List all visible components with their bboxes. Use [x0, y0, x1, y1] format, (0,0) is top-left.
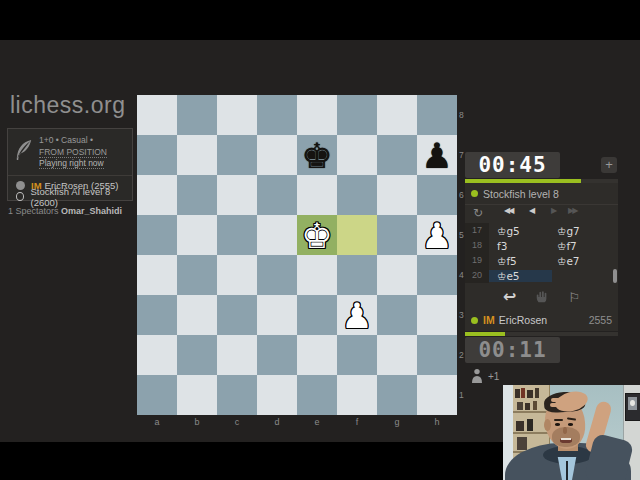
square-e1[interactable] [297, 375, 337, 415]
white-king[interactable]: ♚ [297, 215, 337, 255]
opponent-clock: 00:45 [465, 152, 560, 178]
move-number: 17 [465, 223, 489, 238]
previous-move-icon[interactable]: ◀ [529, 206, 535, 215]
spectator-person-icon [471, 368, 483, 384]
square-c7[interactable] [217, 135, 257, 175]
move-number: 18 [465, 238, 489, 253]
square-h4[interactable] [417, 255, 457, 295]
square-h8[interactable] [417, 95, 457, 135]
square-e2[interactable] [297, 335, 337, 375]
spectator-count-row: +1 [471, 368, 499, 384]
square-h7[interactable]: ♟ [417, 135, 457, 175]
square-g8[interactable] [377, 95, 417, 135]
square-f8[interactable] [337, 95, 377, 135]
square-a2[interactable] [137, 335, 177, 375]
square-d4[interactable] [257, 255, 297, 295]
square-g1[interactable] [377, 375, 417, 415]
square-c6[interactable] [217, 175, 257, 215]
move-number: 20 [465, 268, 489, 283]
square-b4[interactable] [177, 255, 217, 295]
player-clock: 00:11 [465, 337, 560, 363]
file-label-b: b [177, 417, 217, 427]
square-c8[interactable] [217, 95, 257, 135]
square-g6[interactable] [377, 175, 417, 215]
white-move[interactable]: f3 [489, 240, 552, 252]
black-move[interactable]: ♔f7 [552, 240, 618, 252]
square-c4[interactable] [217, 255, 257, 295]
black-king[interactable]: ♚ [297, 135, 337, 175]
lichess-logo[interactable]: lichess.org [10, 92, 125, 119]
time-control-label: 1+0 • Casual • [39, 135, 93, 145]
add-time-button[interactable]: + [601, 157, 617, 173]
square-f3[interactable]: ♟ [337, 295, 377, 335]
white-pawn[interactable]: ♟ [417, 215, 457, 255]
square-d6[interactable] [257, 175, 297, 215]
opponent-row[interactable]: Stockfish level 8 [465, 183, 618, 205]
square-b8[interactable] [177, 95, 217, 135]
square-a1[interactable] [137, 375, 177, 415]
square-e3[interactable] [297, 295, 337, 335]
online-dot-icon [471, 317, 478, 324]
feather-casual-icon [15, 138, 33, 162]
last-move-icon[interactable]: ▶▶ [568, 206, 576, 215]
square-b6[interactable] [177, 175, 217, 215]
player-time-bar [465, 332, 618, 336]
rank-label-1: 1 [459, 375, 469, 415]
square-d5[interactable] [257, 215, 297, 255]
square-d2[interactable] [257, 335, 297, 375]
webcam-video [503, 385, 640, 480]
square-e8[interactable] [297, 95, 337, 135]
square-h1[interactable] [417, 375, 457, 415]
file-label-d: d [257, 417, 297, 427]
main-content-area: lichess.org 1+0 • Casual • FROM POSITION… [0, 40, 640, 442]
draw-offer-hand-icon[interactable] [535, 290, 549, 304]
first-move-icon[interactable]: ◀◀ [504, 206, 512, 215]
spectator-name[interactable]: Omar_Shahidi [61, 206, 122, 216]
move-number: 19 [465, 253, 489, 268]
player-row[interactable]: IM EricRosen 2555 [465, 311, 618, 329]
square-f5[interactable] [337, 215, 377, 255]
square-b3[interactable] [177, 295, 217, 335]
square-h3[interactable] [417, 295, 457, 335]
player-name[interactable]: Stockfish AI level 8 (2600) [30, 186, 132, 208]
square-c3[interactable] [217, 295, 257, 335]
square-d1[interactable] [257, 375, 297, 415]
takeback-button[interactable]: ↩ [503, 288, 516, 306]
square-g3[interactable] [377, 295, 417, 335]
player-title: IM [483, 314, 495, 326]
black-move[interactable]: ♔g7 [552, 225, 618, 237]
move-list-scrollbar[interactable] [613, 269, 617, 283]
file-coordinates: abcdefgh [137, 417, 457, 427]
move-row-18: 18f3♔f7 [465, 238, 618, 253]
white-pawn[interactable]: ♟ [337, 295, 377, 335]
file-label-h: h [417, 417, 457, 427]
black-move[interactable]: ♔e7 [552, 255, 618, 267]
square-b5[interactable] [177, 215, 217, 255]
square-h6[interactable] [417, 175, 457, 215]
white-move[interactable]: ♔g5 [489, 225, 552, 237]
square-h5[interactable]: ♟ [417, 215, 457, 255]
file-label-f: f [337, 417, 377, 427]
resign-flag-icon[interactable]: ⚐ [568, 290, 580, 305]
square-b1[interactable] [177, 375, 217, 415]
file-label-g: g [377, 417, 417, 427]
square-d7[interactable] [257, 135, 297, 175]
square-d8[interactable] [257, 95, 297, 135]
square-e4[interactable] [297, 255, 337, 295]
opponent-name[interactable]: Stockfish level 8 [483, 188, 559, 200]
square-g4[interactable] [377, 255, 417, 295]
player-name[interactable]: EricRosen [499, 314, 547, 326]
spectators-line: 1 Spectators Omar_Shahidi [8, 206, 122, 216]
online-dot-icon [471, 190, 478, 197]
from-position-label[interactable]: FROM POSITION [39, 147, 107, 158]
square-a6[interactable] [137, 175, 177, 215]
square-a4[interactable] [137, 255, 177, 295]
square-e7[interactable]: ♚ [297, 135, 337, 175]
square-a3[interactable] [137, 295, 177, 335]
square-a5[interactable] [137, 215, 177, 255]
flip-board-icon[interactable]: ↻ [473, 206, 483, 220]
next-move-icon[interactable]: ▶ [551, 206, 557, 215]
replay-controls: ↻ ◀◀ ◀ ▶ ▶▶ [465, 205, 618, 222]
square-f2[interactable] [337, 335, 377, 375]
square-f1[interactable] [337, 375, 377, 415]
move-row-19: 19♔f5♔e7 [465, 253, 618, 268]
spectators-label: 1 Spectators [8, 206, 59, 216]
square-h2[interactable] [417, 335, 457, 375]
black-pawn[interactable]: ♟ [417, 135, 457, 175]
move-row-20: 20♔e5 [465, 268, 618, 283]
playing-now-label[interactable]: Playing right now [39, 158, 104, 169]
square-c1[interactable] [217, 375, 257, 415]
square-d3[interactable] [257, 295, 297, 335]
square-f7[interactable] [337, 135, 377, 175]
game-info-box: 1+0 • Casual • FROM POSITION Playing rig… [7, 128, 133, 201]
spectator-count: +1 [488, 371, 499, 382]
move-list: 17♔g5♔g718f3♔f719♔f5♔e720♔e5 [465, 223, 618, 283]
file-label-a: a [137, 417, 177, 427]
square-e6[interactable] [297, 175, 337, 215]
move-row-17: 17♔g5♔g7 [465, 223, 618, 238]
square-e5[interactable]: ♚ [297, 215, 337, 255]
game-setup-text: 1+0 • Casual • FROM POSITION Playing rig… [39, 135, 107, 170]
square-f6[interactable] [337, 175, 377, 215]
black-player-marker-icon [16, 192, 24, 201]
square-c2[interactable] [217, 335, 257, 375]
game-action-buttons: ↩ ⚐ [465, 286, 618, 308]
square-b7[interactable] [177, 135, 217, 175]
file-label-c: c [217, 417, 257, 427]
white-move[interactable]: ♔e5 [489, 270, 552, 282]
chess-board[interactable]: ♚♟♚♟♟ [137, 95, 457, 415]
white-player-marker-icon [16, 181, 25, 190]
player-rating: 2555 [589, 314, 612, 326]
player-row-black[interactable]: Stockfish AI level 8 (2600) [16, 191, 132, 202]
rank-label-8: 8 [459, 95, 469, 135]
webcam-picture-frame [625, 393, 640, 421]
game-panel-card: Stockfish level 8 ↻ ◀◀ ◀ ▶ ▶▶ 17♔g5♔g718… [465, 183, 618, 331]
white-move[interactable]: ♔f5 [489, 255, 552, 267]
square-g2[interactable] [377, 335, 417, 375]
info-separator [8, 175, 132, 176]
square-f4[interactable] [337, 255, 377, 295]
square-b2[interactable] [177, 335, 217, 375]
square-a7[interactable] [137, 135, 177, 175]
square-a8[interactable] [137, 95, 177, 135]
square-c5[interactable] [217, 215, 257, 255]
file-label-e: e [297, 417, 337, 427]
square-g7[interactable] [377, 135, 417, 175]
square-g5[interactable] [377, 215, 417, 255]
